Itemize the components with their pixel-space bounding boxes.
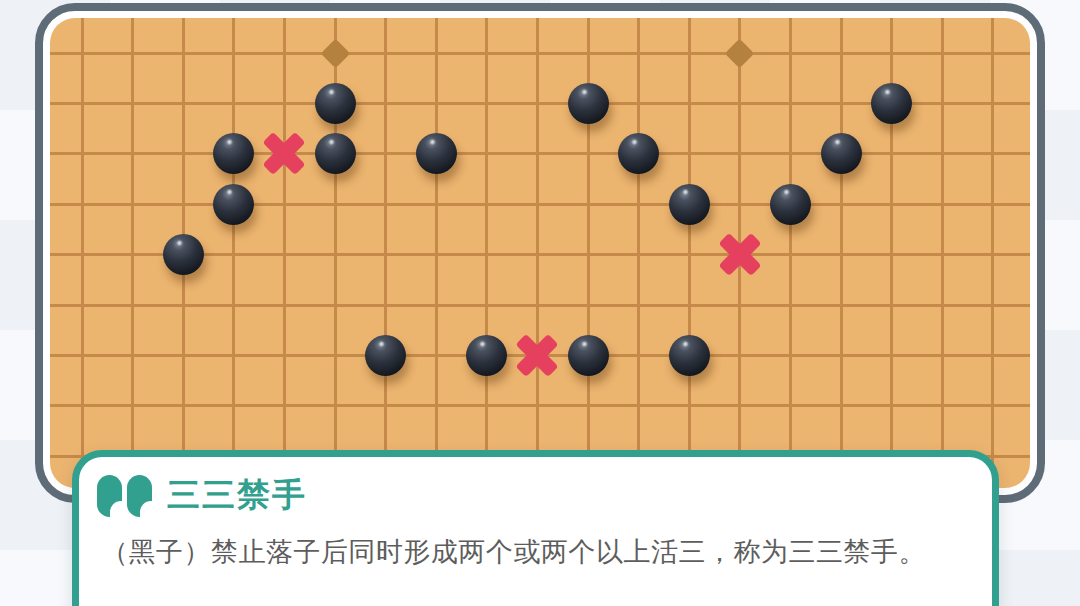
- quote-comma-icon: [97, 475, 122, 517]
- gomoku-board: [50, 18, 1030, 488]
- black-stone: [770, 184, 811, 225]
- double-quote-icon: [97, 475, 152, 517]
- black-stone: [213, 184, 254, 225]
- black-stone: [213, 133, 254, 174]
- quote-comma-icon: [127, 475, 152, 517]
- forbidden-move-x-icon: [261, 131, 307, 177]
- black-stone: [466, 335, 507, 376]
- black-stone: [315, 83, 356, 124]
- lesson-card: 三三禁手 （黑子）禁止落子后同时形成两个或两个以上活三，称为三三禁手。: [72, 450, 999, 606]
- forbidden-move-x-icon: [717, 232, 763, 278]
- black-stone: [365, 335, 406, 376]
- forbidden-move-x-icon: [514, 332, 560, 378]
- black-stone: [669, 335, 710, 376]
- lesson-card-header: 三三禁手: [97, 473, 992, 518]
- grid-horizontal-line: [50, 304, 1030, 307]
- grid-horizontal-line: [50, 203, 1030, 206]
- lesson-body: （黑子）禁止落子后同时形成两个或两个以上活三，称为三三禁手。: [101, 533, 966, 571]
- black-stone: [669, 184, 710, 225]
- star-point-icon: [320, 38, 350, 68]
- black-stone: [618, 133, 659, 174]
- black-stone: [821, 133, 862, 174]
- grid-horizontal-line: [50, 152, 1030, 155]
- black-stone: [871, 83, 912, 124]
- board-frame: [35, 3, 1045, 503]
- black-stone: [568, 335, 609, 376]
- lesson-screen: 三三禁手 （黑子）禁止落子后同时形成两个或两个以上活三，称为三三禁手。: [0, 0, 1080, 606]
- black-stone: [315, 133, 356, 174]
- lesson-title: 三三禁手: [167, 473, 307, 518]
- black-stone: [163, 234, 204, 275]
- grid-horizontal-line: [50, 404, 1030, 407]
- grid-horizontal-line: [50, 52, 1030, 55]
- star-point-icon: [725, 38, 755, 68]
- black-stone: [568, 83, 609, 124]
- black-stone: [416, 133, 457, 174]
